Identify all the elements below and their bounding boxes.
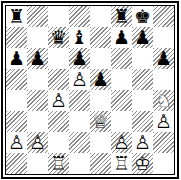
square-h2[interactable] [153,132,174,153]
square-b8[interactable] [27,6,48,27]
square-c8[interactable] [48,6,69,27]
black-rook-glyph: ♜ [6,6,27,27]
square-h3[interactable]: ♟♙ [153,111,174,132]
white-pawn-glyph: ♙ [132,132,153,153]
square-g7[interactable]: ♟ [132,27,153,48]
board-inner-border: ♜♜♚♛♝♟♟♟♟♟♟♟♙♟♟♙♞♘♛♕♟♙♟♙♟♙♟♙♟♙♜♖♜♖♚♔ [5,5,175,175]
square-f5[interactable] [111,69,132,90]
square-h1[interactable] [153,153,174,174]
square-f3[interactable] [111,111,132,132]
black-pawn-glyph: ♟ [6,48,27,69]
square-h6[interactable]: ♟ [153,48,174,69]
black-pawn[interactable]: ♟ [153,48,174,69]
white-pawn[interactable]: ♟♙ [132,132,153,153]
white-pawn-glyph: ♙ [111,132,132,153]
square-b2[interactable]: ♟♙ [27,132,48,153]
white-queen[interactable]: ♛♕ [90,111,111,132]
square-h8[interactable] [153,6,174,27]
black-pawn-glyph: ♟ [90,69,111,90]
square-d5[interactable]: ♟♙ [69,69,90,90]
square-e2[interactable] [90,132,111,153]
white-rook[interactable]: ♜♖ [48,153,69,174]
white-king-glyph: ♔ [132,153,153,174]
square-g1[interactable]: ♚♔ [132,153,153,174]
white-rook-glyph: ♖ [48,153,69,174]
square-d1[interactable] [69,153,90,174]
square-c4[interactable]: ♟♙ [48,90,69,111]
square-g2[interactable]: ♟♙ [132,132,153,153]
square-b6[interactable]: ♟ [27,48,48,69]
black-rook[interactable]: ♜ [111,6,132,27]
white-pawn-glyph: ♙ [69,69,90,90]
white-pawn-glyph: ♙ [27,132,48,153]
square-c1[interactable]: ♜♖ [48,153,69,174]
square-g4[interactable] [132,90,153,111]
square-b3[interactable] [27,111,48,132]
black-pawn[interactable]: ♟ [111,27,132,48]
square-g6[interactable] [132,48,153,69]
white-pawn[interactable]: ♟♙ [27,132,48,153]
square-a6[interactable]: ♟ [6,48,27,69]
black-pawn[interactable]: ♟ [27,48,48,69]
square-b4[interactable] [27,90,48,111]
black-pawn-glyph: ♟ [153,48,174,69]
square-c6[interactable] [48,48,69,69]
square-d2[interactable] [69,132,90,153]
square-c7[interactable]: ♛ [48,27,69,48]
square-f7[interactable]: ♟ [111,27,132,48]
square-e1[interactable] [90,153,111,174]
black-rook-glyph: ♜ [111,6,132,27]
square-e4[interactable] [90,90,111,111]
square-f6[interactable] [111,48,132,69]
square-f2[interactable]: ♟♙ [111,132,132,153]
square-a3[interactable] [6,111,27,132]
square-b7[interactable] [27,27,48,48]
white-rook[interactable]: ♜♖ [111,153,132,174]
square-e3[interactable]: ♛♕ [90,111,111,132]
square-e8[interactable] [90,6,111,27]
white-pawn[interactable]: ♟♙ [48,90,69,111]
square-a2[interactable]: ♟♙ [6,132,27,153]
black-king[interactable]: ♚ [132,6,153,27]
square-f4[interactable] [111,90,132,111]
black-queen[interactable]: ♛ [48,27,69,48]
square-a7[interactable] [6,27,27,48]
white-pawn-glyph: ♙ [6,132,27,153]
square-d8[interactable] [69,6,90,27]
black-pawn[interactable]: ♟ [132,27,153,48]
square-h4[interactable]: ♞♘ [153,90,174,111]
white-pawn-glyph: ♙ [48,90,69,111]
black-rook[interactable]: ♜ [6,6,27,27]
black-bishop[interactable]: ♝ [69,27,90,48]
square-d3[interactable] [69,111,90,132]
white-pawn[interactable]: ♟♙ [6,132,27,153]
black-pawn-glyph: ♟ [69,48,90,69]
white-queen-glyph: ♕ [90,111,111,132]
square-c3[interactable] [48,111,69,132]
black-pawn-glyph: ♟ [27,48,48,69]
square-b1[interactable] [27,153,48,174]
black-queen-glyph: ♛ [48,27,69,48]
square-h7[interactable] [153,27,174,48]
white-pawn[interactable]: ♟♙ [111,132,132,153]
white-king[interactable]: ♚♔ [132,153,153,174]
black-pawn-glyph: ♟ [132,27,153,48]
white-knight[interactable]: ♞♘ [153,90,174,111]
square-f1[interactable]: ♜♖ [111,153,132,174]
white-pawn[interactable]: ♟♙ [153,111,174,132]
square-a4[interactable] [6,90,27,111]
white-pawn[interactable]: ♟♙ [69,69,90,90]
chess-board: ♜♜♚♛♝♟♟♟♟♟♟♟♙♟♟♙♞♘♛♕♟♙♟♙♟♙♟♙♟♙♜♖♜♖♚♔ [6,6,174,174]
square-d7[interactable]: ♝ [69,27,90,48]
square-f8[interactable]: ♜ [111,6,132,27]
square-a1[interactable] [6,153,27,174]
square-h5[interactable] [153,69,174,90]
black-bishop-glyph: ♝ [69,27,90,48]
black-pawn-glyph: ♟ [111,27,132,48]
square-g5[interactable] [132,69,153,90]
square-c2[interactable] [48,132,69,153]
white-rook-glyph: ♖ [111,153,132,174]
black-pawn[interactable]: ♟ [6,48,27,69]
square-d4[interactable] [69,90,90,111]
square-c5[interactable] [48,69,69,90]
black-pawn[interactable]: ♟ [69,48,90,69]
square-g8[interactable]: ♚ [132,6,153,27]
square-a8[interactable]: ♜ [6,6,27,27]
square-g3[interactable] [132,111,153,132]
black-pawn[interactable]: ♟ [90,69,111,90]
white-pawn-glyph: ♙ [153,111,174,132]
black-king-glyph: ♚ [132,6,153,27]
square-a5[interactable] [6,69,27,90]
square-e7[interactable] [90,27,111,48]
board-frame: ♜♜♚♛♝♟♟♟♟♟♟♟♙♟♟♙♞♘♛♕♟♙♟♙♟♙♟♙♟♙♜♖♜♖♚♔ [1,1,179,179]
square-b5[interactable] [27,69,48,90]
square-e6[interactable] [90,48,111,69]
square-d6[interactable]: ♟ [69,48,90,69]
square-e5[interactable]: ♟ [90,69,111,90]
white-knight-glyph: ♘ [153,90,174,111]
